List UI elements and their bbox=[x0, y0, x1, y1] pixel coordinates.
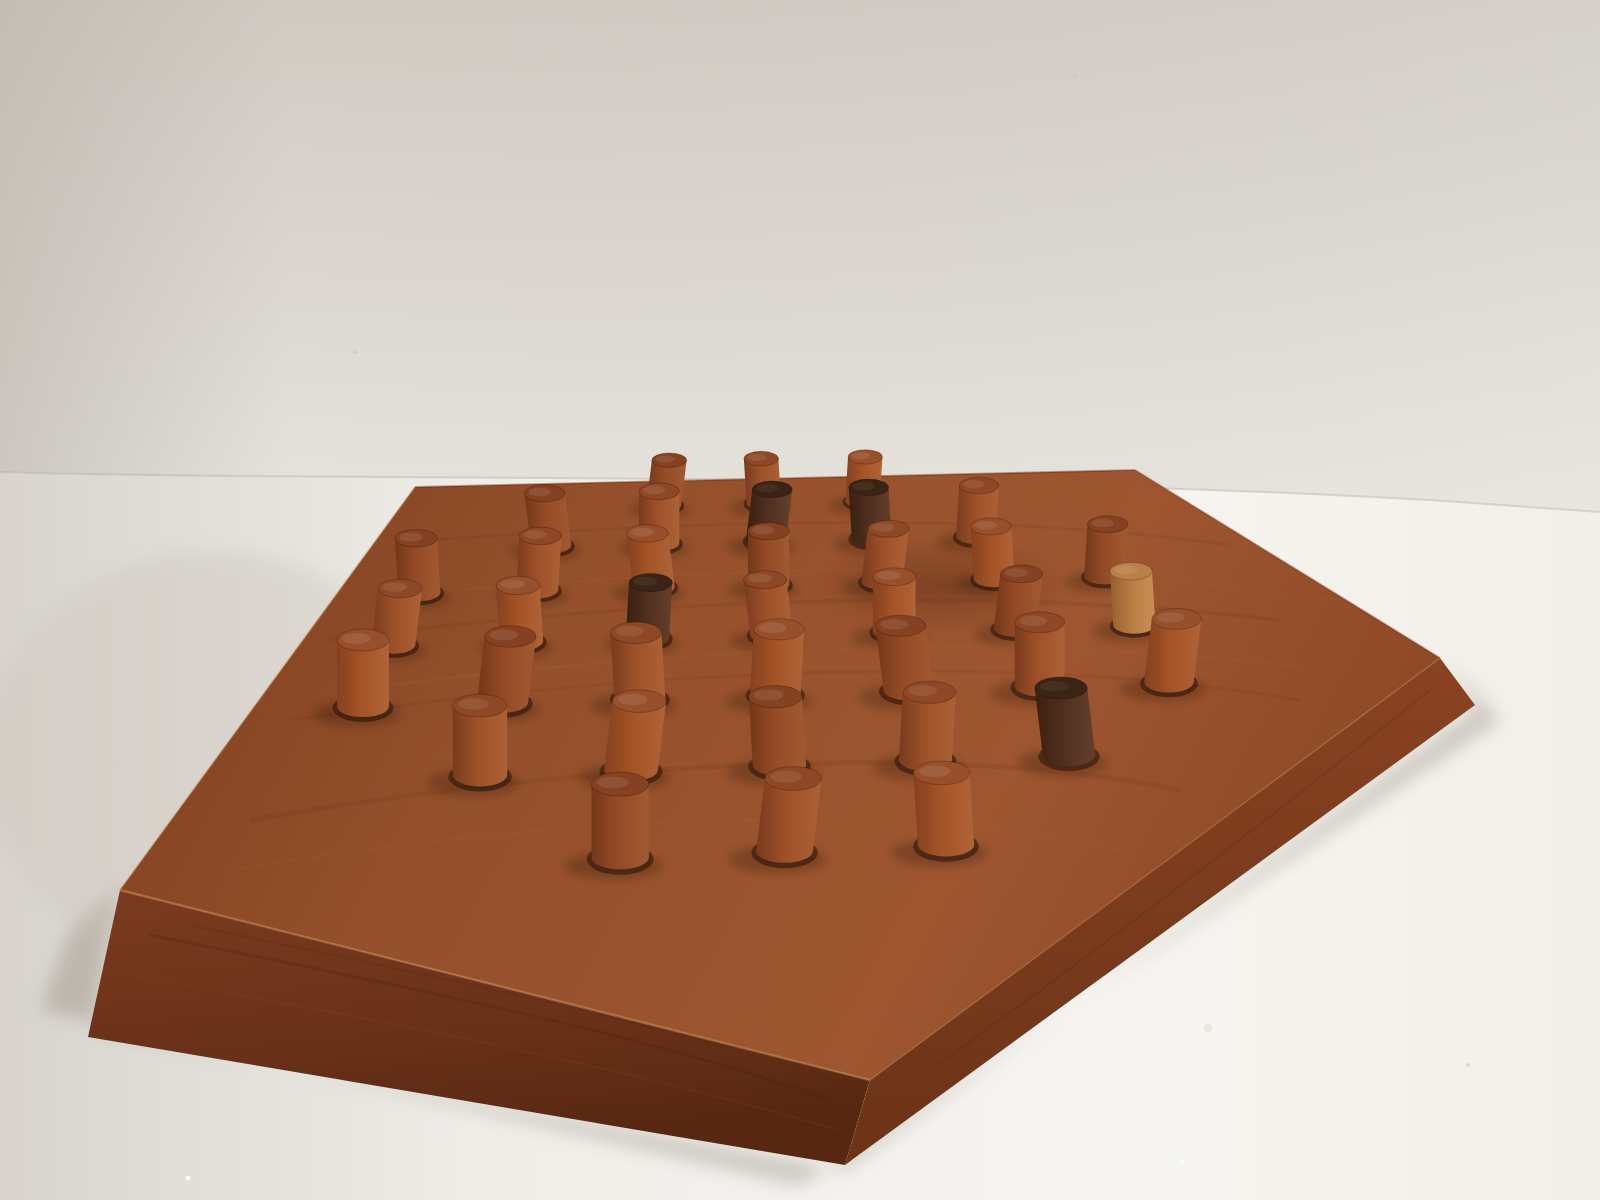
peg-top-sheen bbox=[458, 698, 488, 709]
peg-top-sheen bbox=[643, 486, 665, 494]
peg-body bbox=[749, 697, 807, 776]
peg-top-sheen bbox=[1020, 616, 1047, 626]
peg-top-sheen bbox=[851, 452, 870, 459]
peg-top-sheen bbox=[399, 533, 422, 542]
peg-body bbox=[591, 784, 648, 869]
peg-top-sheen bbox=[853, 482, 875, 490]
peg-top-sheen bbox=[963, 480, 985, 488]
peg-top-sheen bbox=[881, 619, 909, 630]
peg-top-sheen bbox=[908, 685, 937, 696]
peg-top-sheen bbox=[597, 776, 629, 788]
peg-body bbox=[1110, 571, 1155, 634]
peg-top-sheen bbox=[618, 694, 648, 705]
peg-top-sheen bbox=[771, 771, 802, 783]
peg-top-sheen bbox=[752, 525, 775, 534]
peg-top-sheen bbox=[759, 622, 787, 633]
peg-body bbox=[1144, 619, 1201, 693]
peg-body bbox=[899, 692, 956, 771]
peg-top-sheen bbox=[754, 689, 783, 700]
peg-top-sheen bbox=[1157, 612, 1184, 622]
peg-top-sheen bbox=[524, 530, 547, 539]
peg-body bbox=[914, 773, 975, 857]
peg-body bbox=[1035, 688, 1096, 766]
wall-shading bbox=[0, 0, 1600, 530]
peg-top-sheen bbox=[877, 571, 900, 580]
peg-body bbox=[756, 779, 821, 863]
solitaire-board-photo bbox=[0, 0, 1600, 1200]
peg-body bbox=[453, 706, 507, 787]
peg-top-sheen bbox=[631, 528, 654, 537]
peg-top-sheen bbox=[975, 521, 997, 530]
peg-top-sheen bbox=[342, 633, 371, 644]
peg-top-sheen bbox=[872, 523, 895, 532]
peg-top-sheen bbox=[383, 583, 407, 592]
peg-top-sheen bbox=[748, 574, 772, 583]
peg-top-sheen bbox=[616, 626, 644, 637]
photo-scene bbox=[0, 0, 1600, 1200]
bevel-chip-speck bbox=[1204, 1024, 1212, 1032]
peg-top-sheen bbox=[1005, 568, 1028, 577]
peg-top-sheen bbox=[655, 455, 674, 462]
peg-body bbox=[337, 640, 389, 717]
peg-top-sheen bbox=[490, 629, 518, 640]
peg-top-sheen bbox=[1040, 681, 1069, 692]
peg-body bbox=[604, 701, 666, 781]
peg-top-sheen bbox=[756, 484, 778, 492]
peg-top-sheen bbox=[529, 488, 551, 497]
peg-top-sheen bbox=[1092, 519, 1114, 528]
peg-top-sheen bbox=[919, 765, 950, 777]
peg-top-sheen bbox=[1114, 565, 1137, 574]
peg-top-sheen bbox=[747, 454, 766, 461]
peg-top-sheen bbox=[501, 580, 525, 589]
peg-top-sheen bbox=[633, 577, 657, 586]
